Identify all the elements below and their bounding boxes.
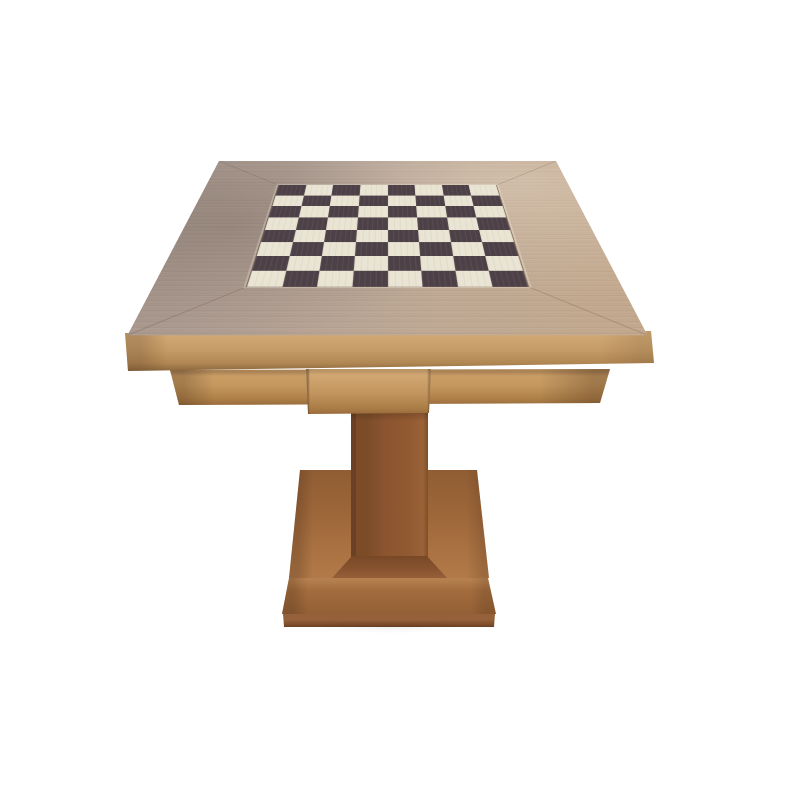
square-a8[interactable] [276,185,306,195]
square-h5[interactable] [477,217,510,229]
pedestal-column [351,405,428,565]
square-b6[interactable] [298,206,329,217]
square-f2[interactable] [420,256,455,271]
square-d6[interactable] [358,206,388,217]
square-a4[interactable] [261,230,296,243]
square-e6[interactable] [388,206,418,217]
square-c6[interactable] [328,206,359,217]
square-e2[interactable] [388,256,422,271]
square-g7[interactable] [443,195,473,206]
square-g1[interactable] [455,271,493,287]
square-c4[interactable] [324,230,357,243]
square-c7[interactable] [330,195,360,206]
square-a1[interactable] [247,271,286,287]
square-d5[interactable] [357,217,388,229]
square-g5[interactable] [447,217,480,229]
square-c2[interactable] [320,256,355,271]
square-a5[interactable] [265,217,298,229]
square-f3[interactable] [419,242,453,256]
square-f4[interactable] [418,230,451,243]
square-e4[interactable] [388,230,420,243]
square-a6[interactable] [269,206,301,217]
square-h6[interactable] [474,206,506,217]
pedestal-base-bevel [282,578,496,614]
square-d4[interactable] [356,230,388,243]
square-e3[interactable] [388,242,421,256]
square-c1[interactable] [317,271,353,287]
square-h1[interactable] [489,271,528,287]
tabletop-edge [125,331,654,372]
square-c3[interactable] [322,242,356,256]
square-e1[interactable] [388,271,423,287]
square-c8[interactable] [332,185,361,195]
square-g6[interactable] [445,206,476,217]
square-h7[interactable] [471,195,502,206]
square-d1[interactable] [352,271,387,287]
square-h3[interactable] [482,242,518,256]
square-d8[interactable] [360,185,388,195]
square-d7[interactable] [359,195,388,206]
square-b3[interactable] [289,242,324,256]
square-f5[interactable] [417,217,449,229]
square-e7[interactable] [388,195,417,206]
square-g2[interactable] [453,256,489,271]
tabletop [127,161,647,335]
square-e5[interactable] [388,217,419,229]
square-a7[interactable] [272,195,303,206]
square-a2[interactable] [252,256,289,271]
chessboard [246,185,530,287]
square-e8[interactable] [388,185,416,195]
square-d3[interactable] [355,242,388,256]
square-d2[interactable] [354,256,388,271]
square-b8[interactable] [304,185,334,195]
square-b2[interactable] [286,256,322,271]
square-b5[interactable] [296,217,329,229]
square-f7[interactable] [415,195,445,206]
floor-shadow [300,625,480,633]
square-a3[interactable] [257,242,293,256]
square-f8[interactable] [415,185,444,195]
square-g3[interactable] [451,242,486,256]
square-g4[interactable] [449,230,483,243]
square-c5[interactable] [326,217,358,229]
square-h2[interactable] [486,256,523,271]
square-f6[interactable] [416,206,447,217]
square-b4[interactable] [293,230,327,243]
square-g8[interactable] [442,185,472,195]
square-h4[interactable] [479,230,514,243]
square-b7[interactable] [301,195,331,206]
square-h8[interactable] [469,185,499,195]
drawer-front [306,369,431,414]
square-f1[interactable] [421,271,457,287]
square-b1[interactable] [282,271,320,287]
product-photo [0,0,800,800]
